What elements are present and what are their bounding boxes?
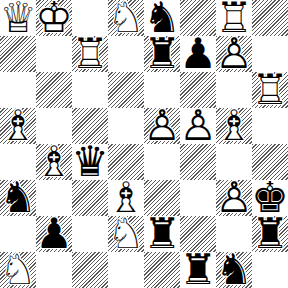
square-g6[interactable] [216, 72, 252, 108]
square-c3[interactable] [72, 180, 108, 216]
square-e8[interactable]: ♞♞ [144, 0, 180, 36]
black-rook-icon: ♜ [144, 36, 180, 72]
square-f5[interactable]: ♟♙ [180, 108, 216, 144]
square-h7[interactable] [252, 36, 288, 72]
white-rook-icon: ♖ [252, 72, 288, 108]
square-g3[interactable]: ♟♙ [216, 180, 252, 216]
black-pawn-fill: ♟ [36, 216, 72, 252]
white-knight-fill: ♞ [108, 216, 144, 252]
square-d4[interactable] [108, 144, 144, 180]
square-e5[interactable]: ♟♙ [144, 108, 180, 144]
black-queen-fill: ♛ [72, 144, 108, 180]
black-king-icon: ♚ [252, 180, 288, 216]
white-pawn-icon: ♙ [216, 36, 252, 72]
square-a4[interactable] [0, 144, 36, 180]
square-c8[interactable] [72, 0, 108, 36]
white-pawn-icon: ♙ [144, 108, 180, 144]
white-bishop-icon: ♗ [36, 144, 72, 180]
white-knight-fill: ♞ [108, 0, 144, 36]
square-g1[interactable]: ♞♞ [216, 252, 252, 288]
white-pawn-fill: ♟ [216, 180, 252, 216]
square-g4[interactable] [216, 144, 252, 180]
white-knight-icon: ♘ [108, 216, 144, 252]
square-e2[interactable]: ♜♜ [144, 216, 180, 252]
white-rook-icon: ♖ [216, 0, 252, 36]
white-pawn-fill: ♟ [180, 108, 216, 144]
square-e6[interactable] [144, 72, 180, 108]
square-h6[interactable]: ♜♖ [252, 72, 288, 108]
white-pawn-icon: ♙ [180, 108, 216, 144]
black-pawn-fill: ♟ [180, 36, 216, 72]
black-king-fill: ♚ [252, 180, 288, 216]
white-bishop-fill: ♝ [216, 108, 252, 144]
square-a3[interactable]: ♞♞ [0, 180, 36, 216]
square-c4[interactable]: ♛♛ [72, 144, 108, 180]
chess-board: ♛♕♚♔♞♘♞♞♜♖♜♖♜♜♟♟♟♙♜♖♝♗♟♙♟♙♝♗♝♗♛♛♞♞♝♗♟♙♚♚… [0, 0, 288, 288]
square-c6[interactable] [72, 72, 108, 108]
white-queen-icon: ♕ [0, 0, 36, 36]
white-bishop-fill: ♝ [0, 108, 36, 144]
white-knight-icon: ♘ [108, 0, 144, 36]
black-rook-fill: ♜ [144, 216, 180, 252]
square-a8[interactable]: ♛♕ [0, 0, 36, 36]
white-pawn-fill: ♟ [216, 36, 252, 72]
square-b7[interactable] [36, 36, 72, 72]
square-b3[interactable] [36, 180, 72, 216]
black-rook-icon: ♜ [252, 216, 288, 252]
square-f6[interactable] [180, 72, 216, 108]
square-d8[interactable]: ♞♘ [108, 0, 144, 36]
square-b4[interactable]: ♝♗ [36, 144, 72, 180]
square-d7[interactable] [108, 36, 144, 72]
white-rook-fill: ♜ [72, 36, 108, 72]
square-f3[interactable] [180, 180, 216, 216]
square-g8[interactable]: ♜♖ [216, 0, 252, 36]
square-b6[interactable] [36, 72, 72, 108]
white-bishop-fill: ♝ [108, 180, 144, 216]
white-rook-icon: ♖ [72, 36, 108, 72]
square-d6[interactable] [108, 72, 144, 108]
white-queen-fill: ♛ [0, 0, 36, 36]
square-d3[interactable]: ♝♗ [108, 180, 144, 216]
white-knight-icon: ♘ [0, 252, 36, 288]
white-rook-fill: ♜ [216, 0, 252, 36]
square-a5[interactable]: ♝♗ [0, 108, 36, 144]
square-f7[interactable]: ♟♟ [180, 36, 216, 72]
square-g7[interactable]: ♟♙ [216, 36, 252, 72]
square-b2[interactable]: ♟♟ [36, 216, 72, 252]
white-bishop-icon: ♗ [216, 108, 252, 144]
black-rook-fill: ♜ [144, 36, 180, 72]
square-b1[interactable] [36, 252, 72, 288]
square-f4[interactable] [180, 144, 216, 180]
square-h8[interactable] [252, 0, 288, 36]
square-b8[interactable]: ♚♔ [36, 0, 72, 36]
white-king-fill: ♚ [36, 0, 72, 36]
square-e1[interactable] [144, 252, 180, 288]
black-pawn-icon: ♟ [36, 216, 72, 252]
square-h5[interactable] [252, 108, 288, 144]
white-pawn-fill: ♟ [144, 108, 180, 144]
white-rook-fill: ♜ [252, 72, 288, 108]
square-c5[interactable] [72, 108, 108, 144]
white-bishop-fill: ♝ [36, 144, 72, 180]
square-h2[interactable]: ♜♜ [252, 216, 288, 252]
square-a2[interactable] [0, 216, 36, 252]
square-c1[interactable] [72, 252, 108, 288]
white-king-icon: ♔ [36, 0, 72, 36]
black-knight-fill: ♞ [216, 252, 252, 288]
square-a7[interactable] [0, 36, 36, 72]
white-bishop-icon: ♗ [108, 180, 144, 216]
black-knight-fill: ♞ [144, 0, 180, 36]
white-knight-fill: ♞ [0, 252, 36, 288]
square-g5[interactable]: ♝♗ [216, 108, 252, 144]
black-rook-icon: ♜ [144, 216, 180, 252]
square-c7[interactable]: ♜♖ [72, 36, 108, 72]
square-a1[interactable]: ♞♘ [0, 252, 36, 288]
square-h4[interactable] [252, 144, 288, 180]
square-f1[interactable]: ♜♜ [180, 252, 216, 288]
white-pawn-icon: ♙ [216, 180, 252, 216]
square-g2[interactable] [216, 216, 252, 252]
square-b5[interactable] [36, 108, 72, 144]
black-knight-fill: ♞ [0, 180, 36, 216]
square-h1[interactable] [252, 252, 288, 288]
square-e3[interactable] [144, 180, 180, 216]
black-queen-icon: ♛ [72, 144, 108, 180]
square-d5[interactable] [108, 108, 144, 144]
black-knight-icon: ♞ [0, 180, 36, 216]
black-rook-fill: ♜ [252, 216, 288, 252]
black-rook-icon: ♜ [180, 252, 216, 288]
square-a6[interactable] [0, 72, 36, 108]
black-knight-icon: ♞ [144, 0, 180, 36]
black-rook-fill: ♜ [180, 252, 216, 288]
square-f8[interactable] [180, 0, 216, 36]
square-c2[interactable] [72, 216, 108, 252]
square-f2[interactable] [180, 216, 216, 252]
square-h3[interactable]: ♚♚ [252, 180, 288, 216]
black-pawn-icon: ♟ [180, 36, 216, 72]
square-e7[interactable]: ♜♜ [144, 36, 180, 72]
square-d1[interactable] [108, 252, 144, 288]
white-bishop-icon: ♗ [0, 108, 36, 144]
black-knight-icon: ♞ [216, 252, 252, 288]
square-d2[interactable]: ♞♘ [108, 216, 144, 252]
square-e4[interactable] [144, 144, 180, 180]
